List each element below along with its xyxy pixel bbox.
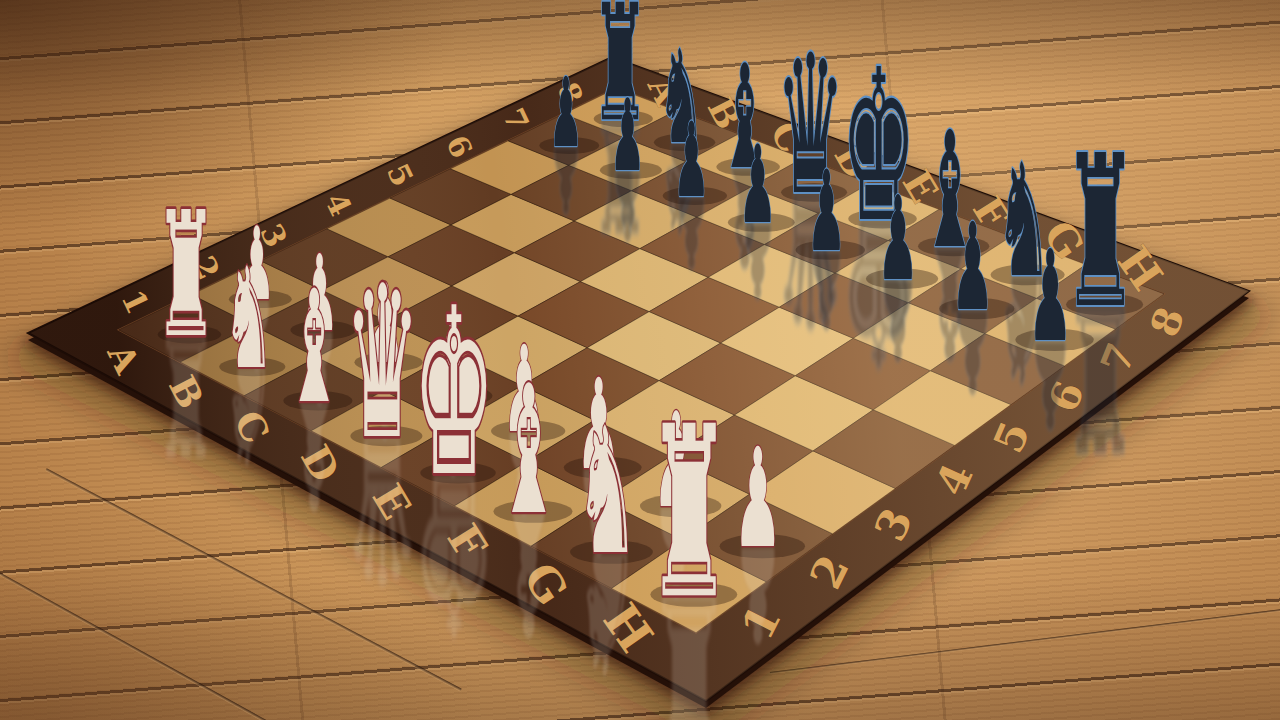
- piece-glyph: ♟: [807, 146, 847, 276]
- piece-glyph: ♟: [1028, 223, 1073, 370]
- piece-glyph: ♜: [647, 375, 732, 649]
- piece-white-rook-h1[interactable]: ♜♜: [647, 375, 738, 720]
- piece-glyph: ♜: [1063, 110, 1138, 354]
- piece-white-rook-a1[interactable]: ♜♜: [155, 174, 221, 490]
- piece-glyph: ♟: [673, 100, 710, 221]
- piece-glyph: ♟: [610, 78, 646, 194]
- piece-glyph: ♟: [733, 419, 782, 579]
- piece-glyph: ♞: [575, 389, 638, 592]
- piece-glyph: ♝: [497, 346, 561, 553]
- piece-white-king-e1[interactable]: ♚♚: [413, 259, 496, 681]
- piece-glyph: ♝: [286, 256, 342, 437]
- piece-glyph: ♟: [738, 123, 776, 248]
- piece-glyph: ♞: [224, 237, 274, 400]
- piece-white-queen-d1[interactable]: ♛♛: [345, 240, 423, 625]
- piece-glyph: ♛: [345, 240, 420, 486]
- piece-black-rook-h8[interactable]: ♜♜: [1063, 110, 1143, 493]
- piece-glyph: ♟: [877, 171, 919, 306]
- piece-glyph: ♟: [951, 196, 994, 338]
- piece-white-bishop-f1[interactable]: ♝♝: [493, 346, 572, 672]
- piece-glyph: ♟: [549, 56, 583, 168]
- piece-glyph: ♚: [413, 259, 495, 527]
- piece-glyph: ♜: [155, 174, 217, 375]
- scene: AABBCCDDEEFFGGHH1122334455667788 ♜♜♞♞♟♟♝…: [0, 0, 1280, 720]
- chessboard-3d: AABBCCDDEEFFGGHH1122334455667788 ♜♜♞♞♟♟♝…: [0, 0, 1280, 720]
